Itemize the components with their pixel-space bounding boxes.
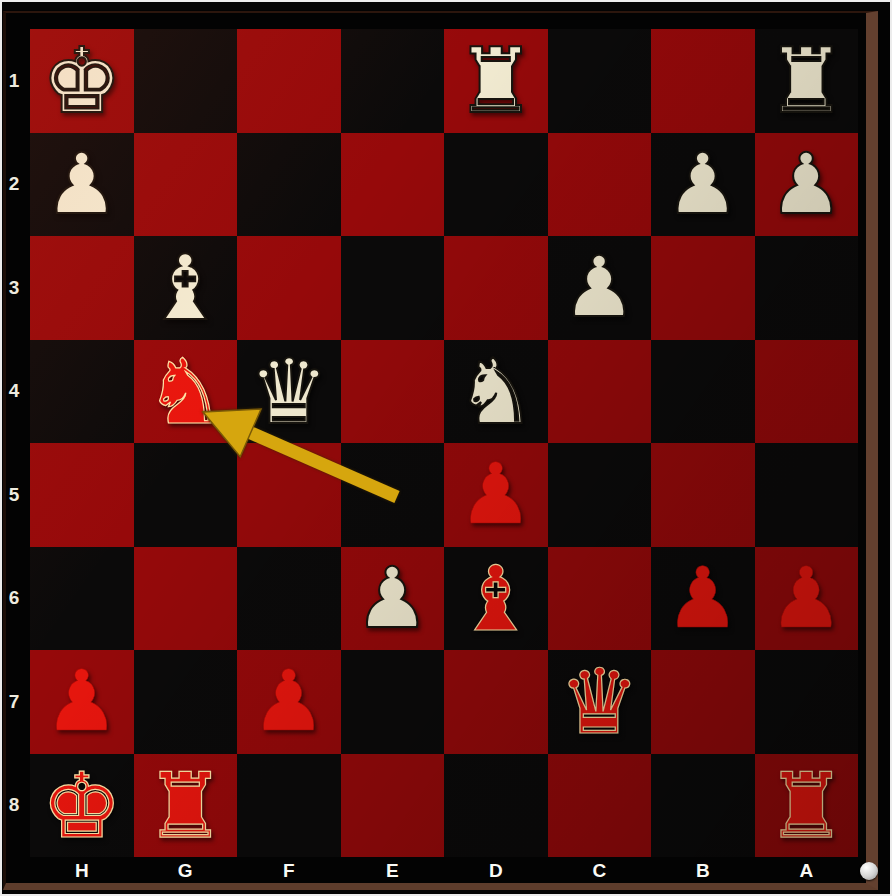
square-e1[interactable] <box>341 29 445 133</box>
square-h2[interactable]: ♟ <box>30 133 134 237</box>
rank-labels: 12345678 <box>0 29 28 857</box>
square-b5[interactable] <box>651 443 755 547</box>
square-h3[interactable] <box>30 236 134 340</box>
rank-label-5: 5 <box>0 443 28 547</box>
square-d6[interactable]: ♝ <box>444 547 548 651</box>
square-f8[interactable] <box>237 754 341 858</box>
red-pawn[interactable]: ♟ <box>44 650 119 754</box>
square-a3[interactable] <box>755 236 859 340</box>
file-label-c: C <box>548 857 652 884</box>
square-e8[interactable] <box>341 754 445 858</box>
square-c8[interactable] <box>548 754 652 858</box>
rank-label-7: 7 <box>0 650 28 754</box>
square-c7[interactable]: ♛ <box>548 650 652 754</box>
rank-label-4: 4 <box>0 340 28 444</box>
red-bishop[interactable]: ♝ <box>455 547 536 651</box>
square-g4[interactable]: ♞ <box>134 340 238 444</box>
square-c6[interactable] <box>548 547 652 651</box>
red-pawn[interactable]: ♟ <box>458 443 533 547</box>
square-b1[interactable] <box>651 29 755 133</box>
square-f2[interactable] <box>237 133 341 237</box>
square-b4[interactable] <box>651 340 755 444</box>
rank-label-8: 8 <box>0 754 28 858</box>
square-g6[interactable] <box>134 547 238 651</box>
square-b6[interactable]: ♟ <box>651 547 755 651</box>
square-f1[interactable] <box>237 29 341 133</box>
rank-label-2: 2 <box>0 133 28 237</box>
rank-label-1: 1 <box>0 29 28 133</box>
square-e2[interactable] <box>341 133 445 237</box>
white-pawn[interactable]: ♟ <box>44 133 119 237</box>
white-pawn[interactable]: ♟ <box>665 133 740 237</box>
square-f5[interactable] <box>237 443 341 547</box>
square-c2[interactable] <box>548 133 652 237</box>
square-d8[interactable] <box>444 754 548 858</box>
red-pawn[interactable]: ♟ <box>769 547 844 651</box>
file-label-h: H <box>30 857 134 884</box>
square-g3[interactable]: ♝ <box>134 236 238 340</box>
square-b2[interactable]: ♟ <box>651 133 755 237</box>
red-pawn[interactable]: ♟ <box>251 650 326 754</box>
square-d3[interactable] <box>444 236 548 340</box>
red-rook[interactable]: ♜ <box>145 754 226 858</box>
square-a4[interactable] <box>755 340 859 444</box>
square-b3[interactable] <box>651 236 755 340</box>
white-king[interactable]: ♚ <box>41 29 122 133</box>
white-knight[interactable]: ♞ <box>455 340 536 444</box>
file-labels: HGFEDCBA <box>30 857 858 884</box>
square-f6[interactable] <box>237 547 341 651</box>
white-rook[interactable]: ♜ <box>766 29 847 133</box>
file-label-d: D <box>444 857 548 884</box>
square-b8[interactable] <box>651 754 755 858</box>
file-label-a: A <box>755 857 859 884</box>
red-queen[interactable]: ♛ <box>559 650 640 754</box>
chess-board[interactable]: ♚♜♜♟♟♟♝♟♞♛♞♟♟♝♟♟♟♟♛♚♜♜ <box>30 29 858 857</box>
square-c1[interactable] <box>548 29 652 133</box>
square-g5[interactable] <box>134 443 238 547</box>
square-g7[interactable] <box>134 650 238 754</box>
file-label-e: E <box>341 857 445 884</box>
square-e5[interactable] <box>341 443 445 547</box>
square-e4[interactable] <box>341 340 445 444</box>
square-e3[interactable] <box>341 236 445 340</box>
square-d5[interactable]: ♟ <box>444 443 548 547</box>
red-pawn[interactable]: ♟ <box>665 547 740 651</box>
square-h5[interactable] <box>30 443 134 547</box>
white-pawn[interactable]: ♟ <box>562 236 637 340</box>
square-c4[interactable] <box>548 340 652 444</box>
rank-label-3: 3 <box>0 236 28 340</box>
white-queen[interactable]: ♛ <box>248 340 329 444</box>
square-d7[interactable] <box>444 650 548 754</box>
white-bishop[interactable]: ♝ <box>145 236 226 340</box>
square-e6[interactable]: ♟ <box>341 547 445 651</box>
red-rook[interactable]: ♜ <box>766 754 847 858</box>
square-g1[interactable] <box>134 29 238 133</box>
file-label-g: G <box>134 857 238 884</box>
square-a1[interactable]: ♜ <box>755 29 859 133</box>
square-a6[interactable]: ♟ <box>755 547 859 651</box>
square-b7[interactable] <box>651 650 755 754</box>
square-a2[interactable]: ♟ <box>755 133 859 237</box>
square-f4[interactable]: ♛ <box>237 340 341 444</box>
rank-label-6: 6 <box>0 547 28 651</box>
square-e7[interactable] <box>341 650 445 754</box>
square-a5[interactable] <box>755 443 859 547</box>
square-g2[interactable] <box>134 133 238 237</box>
square-f3[interactable] <box>237 236 341 340</box>
square-h8[interactable]: ♚ <box>30 754 134 858</box>
square-c3[interactable]: ♟ <box>548 236 652 340</box>
square-h7[interactable]: ♟ <box>30 650 134 754</box>
file-label-b: B <box>651 857 755 884</box>
square-a7[interactable] <box>755 650 859 754</box>
red-knight[interactable]: ♞ <box>145 340 226 444</box>
square-g8[interactable]: ♜ <box>134 754 238 858</box>
square-h1[interactable]: ♚ <box>30 29 134 133</box>
file-label-f: F <box>237 857 341 884</box>
square-h6[interactable] <box>30 547 134 651</box>
white-pawn[interactable]: ♟ <box>769 133 844 237</box>
white-pawn[interactable]: ♟ <box>355 547 430 651</box>
square-d2[interactable] <box>444 133 548 237</box>
square-a8[interactable]: ♜ <box>755 754 859 858</box>
white-rook[interactable]: ♜ <box>455 29 536 133</box>
chess-app: 12345678 ♚♜♜♟♟♟♝♟♞♛♞♟♟♝♟♟♟♟♛♚♜♜ HGFEDCBA <box>0 0 892 896</box>
square-h4[interactable] <box>30 340 134 444</box>
square-c5[interactable] <box>548 443 652 547</box>
square-f7[interactable]: ♟ <box>237 650 341 754</box>
side-to-move-indicator <box>860 862 878 880</box>
square-d1[interactable]: ♜ <box>444 29 548 133</box>
square-d4[interactable]: ♞ <box>444 340 548 444</box>
red-king[interactable]: ♚ <box>41 754 122 858</box>
